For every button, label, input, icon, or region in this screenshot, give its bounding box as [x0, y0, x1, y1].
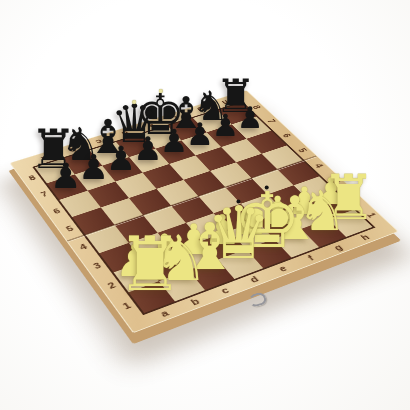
dark-finial-icon — [265, 186, 269, 190]
light-finial-icon — [132, 100, 136, 104]
white-rook-a1[interactable]: ♜ — [117, 228, 184, 303]
light-finial-icon — [158, 89, 162, 93]
black-pawn-c7[interactable]: ♟ — [106, 142, 136, 176]
black-pawn-a7[interactable]: ♟ — [50, 158, 81, 193]
black-pawn-f7[interactable]: ♟ — [186, 118, 214, 149]
pieces-layer: ♜♞♝♛♚♝♞♜♟♟♟♟♟♟♟♟♟♟♟♟♟♟♟♟♜♞♝♛♚♝♞♜ — [0, 0, 410, 410]
black-pawn-h7[interactable]: ♟ — [237, 104, 264, 134]
black-pawn-b7[interactable]: ♟ — [78, 150, 109, 184]
photo-stage: 87654321 87654321 abcdefgh abcdefgh ♜♞♝♛… — [0, 0, 410, 410]
dark-finial-icon — [237, 200, 241, 204]
black-pawn-e7[interactable]: ♟ — [160, 126, 189, 158]
black-pawn-d7[interactable]: ♟ — [133, 134, 162, 167]
black-pawn-g7[interactable]: ♟ — [212, 111, 239, 142]
